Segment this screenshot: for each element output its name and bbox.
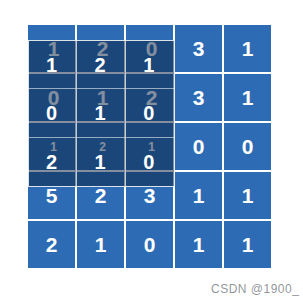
grid-cell: 1	[224, 221, 271, 268]
watermark: CSDN @1900_	[211, 282, 299, 296]
cell-value: 1	[242, 185, 254, 206]
overlay-cell: 0	[29, 89, 77, 137]
overlay-cell-value: 1	[143, 55, 154, 75]
overlay-cell: 0	[126, 89, 174, 137]
grid-cell: 0	[126, 221, 173, 268]
cell-value: 3	[144, 185, 156, 206]
grid-cell: 1	[224, 25, 271, 72]
cell-value: 3	[193, 87, 205, 108]
grid-cell: 3	[175, 74, 222, 121]
overlay-cell-value: 0	[143, 152, 154, 172]
grid-cell: 1	[175, 221, 222, 268]
cell-value: 1	[242, 38, 254, 59]
cell-value: 1	[95, 234, 107, 255]
overlay-cell-value: 1	[94, 103, 105, 123]
grid-cell: 2	[28, 221, 75, 268]
overlay-cell: 2	[29, 138, 77, 186]
kernel-overlay-window: 121010210	[28, 40, 175, 187]
overlay-cell: 1	[126, 41, 174, 89]
overlay-cell-value: 0	[143, 103, 154, 123]
overlay-cell: 1	[77, 138, 125, 186]
grid-cell: 3	[175, 25, 222, 72]
cell-value: 0	[242, 136, 254, 157]
cell-value: 2	[46, 234, 58, 255]
grid-cell: 1	[175, 172, 222, 219]
cell-value: 2	[95, 185, 107, 206]
overlay-cell-value: 0	[46, 103, 57, 123]
overlay-cell: 2	[77, 41, 125, 89]
grid-cell: 1	[224, 74, 271, 121]
cell-value: 5	[46, 185, 58, 206]
overlay-cell: 1	[29, 41, 77, 89]
overlay-cell-value: 1	[94, 152, 105, 172]
grid-cell: 1	[77, 221, 124, 268]
grid-cell: 0	[224, 123, 271, 170]
overlay-cell: 1	[77, 89, 125, 137]
cell-value: 0	[193, 136, 205, 157]
cell-value: 1	[193, 234, 205, 255]
overlay-cell-value: 2	[46, 152, 57, 172]
cell-value: 1	[242, 234, 254, 255]
convolution-diagram: 1203101231121005231121011 121010210 CSDN…	[0, 0, 303, 304]
cell-value: 3	[193, 38, 205, 59]
grid-cell: 0	[175, 123, 222, 170]
overlay-cell: 0	[126, 138, 174, 186]
overlay-cell-value: 2	[94, 55, 105, 75]
cell-value: 1	[242, 87, 254, 108]
grid-cell: 1	[224, 172, 271, 219]
overlay-cell-value: 1	[46, 55, 57, 75]
cell-value: 1	[193, 185, 205, 206]
cell-value: 0	[144, 234, 156, 255]
